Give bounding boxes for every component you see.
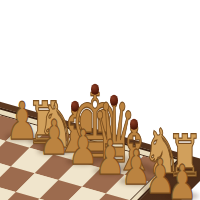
pieces-layer: ♜♞♝♚♛♝♞♜♟♟♟♟♟♟♟ xyxy=(0,0,200,200)
bishop-dark-finial xyxy=(130,119,138,130)
chess-set-photo: ♜♞♝♚♛♝♞♜♟♟♟♟♟♟♟ xyxy=(0,0,200,200)
pawn-piece: ♟ xyxy=(39,113,69,161)
pawn-piece: ♟ xyxy=(6,95,39,147)
pawn-piece: ♟ xyxy=(68,123,98,171)
queen-dark-finial xyxy=(110,95,118,106)
pawn-piece: ♟ xyxy=(167,158,197,200)
